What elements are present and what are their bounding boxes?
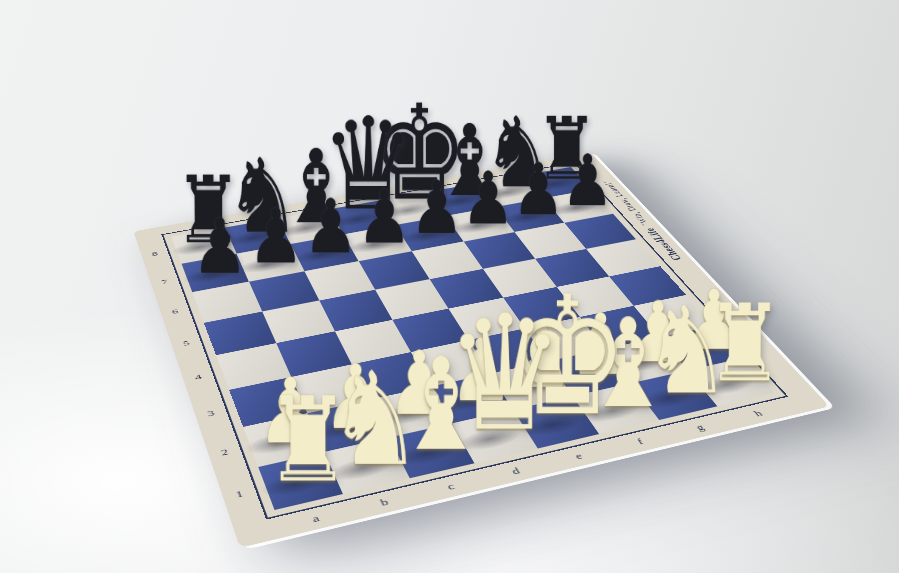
black-pawn-c7: ♟ xyxy=(302,189,358,264)
square-a6 xyxy=(192,281,262,322)
square-b5 xyxy=(262,300,335,343)
board-frame: ♜♞♝♛♚♝♞♜♟♟♟♟♟♟♟♟♟♟♟♟♟♟♟♟♜♞♝♛♚♝♞♜ xyxy=(161,162,788,519)
rank-label-5: 5 xyxy=(166,324,206,362)
black-pawn-d7: ♟ xyxy=(356,180,411,254)
black-pawn-g7: ♟ xyxy=(511,154,564,226)
photo-backdrop: 87654321 ♜♞♝♛♚♝♞♜♟♟♟♟♟♟♟♟♟♟♟♟♟♟♟♟♜♞♝♛♚♝♞… xyxy=(0,0,899,573)
square-a1: ♜ xyxy=(258,452,343,510)
black-pawn-b7: ♟ xyxy=(247,199,303,274)
black-pawn-f7: ♟ xyxy=(461,162,515,234)
white-rook-a1: ♜ xyxy=(263,382,350,499)
black-pawn-a7: ♟ xyxy=(191,208,248,284)
black-pawn-e7: ♟ xyxy=(409,171,463,244)
board-squares: ♜♞♝♛♚♝♞♜♟♟♟♟♟♟♟♟♟♟♟♟♟♟♟♟♜♞♝♛♚♝♞♜ xyxy=(171,166,774,509)
chessboard-mat: 87654321 ♜♞♝♛♚♝♞♜♟♟♟♟♟♟♟♟♟♟♟♟♟♟♟♟♜♞♝♛♚♝♞… xyxy=(133,152,829,547)
